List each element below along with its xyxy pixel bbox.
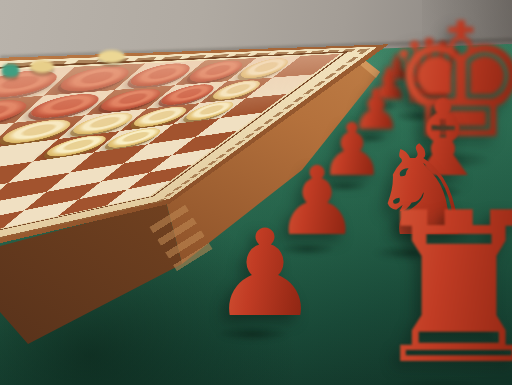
teal-pouch (2, 64, 19, 77)
chess-pawn: ♟ (211, 214, 319, 334)
cream-checker-offboard (98, 50, 125, 63)
photo-scene: ♟♟♟♟♟♟♞♝♛♚♜ (0, 0, 512, 385)
cream-checker-offboard (30, 60, 54, 73)
chess-rook: ♜ (366, 185, 512, 385)
